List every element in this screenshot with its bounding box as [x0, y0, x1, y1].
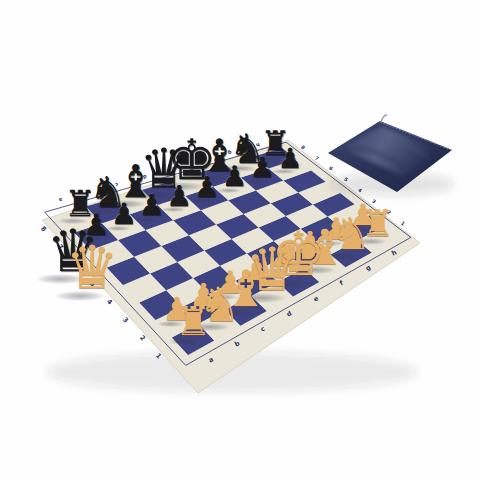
scene-graphics — [0, 0, 480, 480]
bag-zipper-pull — [381, 115, 387, 122]
chess-set-product-photo: aa11bb22cc33dd44ee55ff66gg77hh88 ♜♞♟♝♟♚♟… — [0, 0, 480, 480]
